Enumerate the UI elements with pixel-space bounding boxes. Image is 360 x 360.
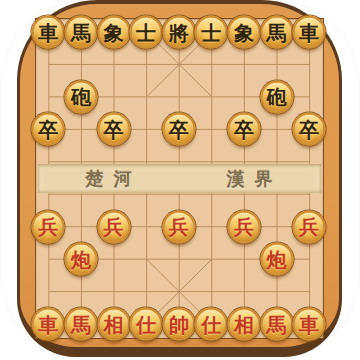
piece-black-c4-r0[interactable]: 將 bbox=[162, 16, 195, 49]
piece-glyph: 車 bbox=[38, 314, 58, 334]
piece-glyph: 卒 bbox=[104, 119, 124, 139]
piece-black-c1-r0[interactable]: 馬 bbox=[64, 16, 97, 49]
piece-glyph: 馬 bbox=[267, 314, 287, 334]
piece-glyph: 仕 bbox=[201, 314, 221, 334]
piece-glyph: 兵 bbox=[299, 217, 319, 237]
piece-black-c1-r2[interactable]: 砲 bbox=[64, 80, 97, 113]
piece-glyph: 砲 bbox=[71, 87, 91, 107]
piece-red-c7-r9[interactable]: 馬 bbox=[260, 308, 293, 341]
piece-red-c0-r6[interactable]: 兵 bbox=[32, 210, 65, 243]
piece-glyph: 兵 bbox=[234, 217, 254, 237]
piece-glyph: 砲 bbox=[267, 87, 287, 107]
xiangqi-app-icon: 楚河 漢界 車馬象士將士象馬車砲砲卒卒卒卒卒兵兵兵兵兵炮炮車馬相仕帥仕相馬車 bbox=[0, 0, 360, 360]
piece-glyph: 馬 bbox=[71, 22, 91, 42]
piece-glyph: 將 bbox=[169, 22, 189, 42]
piece-glyph: 帥 bbox=[169, 314, 189, 334]
piece-red-c4-r6[interactable]: 兵 bbox=[162, 210, 195, 243]
piece-glyph: 象 bbox=[234, 22, 254, 42]
piece-glyph: 馬 bbox=[71, 314, 91, 334]
board-field: 楚河 漢界 車馬象士將士象馬車砲砲卒卒卒卒卒兵兵兵兵兵炮炮車馬相仕帥仕相馬車 bbox=[35, 18, 324, 339]
piece-glyph: 卒 bbox=[299, 119, 319, 139]
piece-glyph: 卒 bbox=[38, 119, 58, 139]
piece-glyph: 士 bbox=[201, 22, 221, 42]
piece-black-c6-r3[interactable]: 卒 bbox=[227, 113, 260, 146]
piece-black-c7-r0[interactable]: 馬 bbox=[260, 16, 293, 49]
piece-black-c8-r0[interactable]: 車 bbox=[293, 16, 326, 49]
xiangqi-board: 楚河 漢界 車馬象士將士象馬車砲砲卒卒卒卒卒兵兵兵兵兵炮炮車馬相仕帥仕相馬車 bbox=[17, 0, 342, 357]
piece-red-c6-r9[interactable]: 相 bbox=[227, 308, 260, 341]
piece-glyph: 車 bbox=[38, 22, 58, 42]
piece-red-c4-r9[interactable]: 帥 bbox=[162, 308, 195, 341]
piece-red-c5-r9[interactable]: 仕 bbox=[195, 308, 228, 341]
piece-glyph: 士 bbox=[136, 22, 156, 42]
piece-black-c4-r3[interactable]: 卒 bbox=[162, 113, 195, 146]
piece-black-c0-r3[interactable]: 卒 bbox=[32, 113, 65, 146]
piece-red-c1-r9[interactable]: 馬 bbox=[64, 308, 97, 341]
piece-glyph: 車 bbox=[299, 22, 319, 42]
pieces-layer: 車馬象士將士象馬車砲砲卒卒卒卒卒兵兵兵兵兵炮炮車馬相仕帥仕相馬車 bbox=[36, 19, 323, 338]
piece-red-c3-r9[interactable]: 仕 bbox=[130, 308, 163, 341]
piece-glyph: 相 bbox=[234, 314, 254, 334]
piece-glyph: 卒 bbox=[169, 119, 189, 139]
piece-glyph: 炮 bbox=[267, 249, 287, 269]
piece-glyph: 象 bbox=[104, 22, 124, 42]
piece-glyph: 卒 bbox=[234, 119, 254, 139]
piece-glyph: 兵 bbox=[38, 217, 58, 237]
piece-red-c8-r6[interactable]: 兵 bbox=[293, 210, 326, 243]
piece-red-c1-r7[interactable]: 炮 bbox=[64, 243, 97, 276]
piece-black-c7-r2[interactable]: 砲 bbox=[260, 80, 293, 113]
piece-black-c0-r0[interactable]: 車 bbox=[32, 16, 65, 49]
piece-red-c0-r9[interactable]: 車 bbox=[32, 308, 65, 341]
piece-black-c2-r3[interactable]: 卒 bbox=[97, 113, 130, 146]
piece-glyph: 相 bbox=[104, 314, 124, 334]
piece-black-c5-r0[interactable]: 士 bbox=[195, 16, 228, 49]
piece-black-c2-r0[interactable]: 象 bbox=[97, 16, 130, 49]
piece-glyph: 炮 bbox=[71, 249, 91, 269]
piece-red-c6-r6[interactable]: 兵 bbox=[227, 210, 260, 243]
piece-red-c2-r9[interactable]: 相 bbox=[97, 308, 130, 341]
piece-glyph: 兵 bbox=[169, 217, 189, 237]
piece-red-c2-r6[interactable]: 兵 bbox=[97, 210, 130, 243]
piece-glyph: 兵 bbox=[104, 217, 124, 237]
piece-glyph: 車 bbox=[299, 314, 319, 334]
piece-black-c8-r3[interactable]: 卒 bbox=[293, 113, 326, 146]
piece-glyph: 仕 bbox=[136, 314, 156, 334]
piece-black-c3-r0[interactable]: 士 bbox=[130, 16, 163, 49]
piece-red-c8-r9[interactable]: 車 bbox=[293, 308, 326, 341]
piece-red-c7-r7[interactable]: 炮 bbox=[260, 243, 293, 276]
piece-glyph: 馬 bbox=[267, 22, 287, 42]
piece-black-c6-r0[interactable]: 象 bbox=[227, 16, 260, 49]
